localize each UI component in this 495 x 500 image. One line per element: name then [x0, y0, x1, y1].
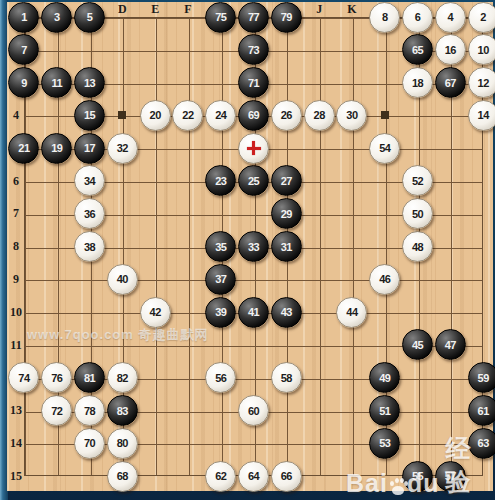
stone-white-44: 44 [336, 297, 367, 328]
stone-black-27: 27 [271, 165, 302, 196]
gomoku-board: ABCDEFGHIJKLMNO123456789101112131415 123… [7, 2, 493, 491]
stone-black-67: 67 [435, 67, 466, 98]
stone-white-28: 28 [304, 100, 335, 131]
stone-white-38: 38 [74, 231, 105, 262]
stone-black-11: 11 [41, 67, 72, 98]
stone-white-14: 14 [468, 100, 495, 131]
stone-black-39: 39 [205, 297, 236, 328]
stone-black-9: 9 [8, 67, 39, 98]
stone-white-50: 50 [402, 198, 433, 229]
star-point-D4 [118, 111, 126, 119]
stone-black-73: 73 [238, 34, 269, 65]
stone-white-24: 24 [205, 100, 236, 131]
baidu-text-bai: Bai [346, 469, 388, 498]
stone-black-5: 5 [74, 2, 105, 33]
stone-white-42: 42 [140, 297, 171, 328]
stone-black-3: 3 [41, 2, 72, 33]
stone-white-64: 64 [238, 461, 269, 492]
stone-black-25: 25 [238, 165, 269, 196]
stone-white-58: 58 [271, 362, 302, 393]
stone-black-43: 43 [271, 297, 302, 328]
star-point-L4 [381, 111, 389, 119]
stone-black-45: 45 [402, 329, 433, 360]
stone-black-83: 83 [107, 395, 138, 426]
stone-black-77: 77 [238, 2, 269, 33]
stone-black-61: 61 [468, 395, 495, 426]
watermark-baidu: Bai du 经验 jingyan.baidu.com [346, 432, 495, 500]
screenshot-root: ABCDEFGHIJKLMNO123456789101112131415 123… [0, 0, 495, 500]
stone-black-13: 13 [74, 67, 105, 98]
stone-black-69: 69 [238, 100, 269, 131]
stone-white-54: 54 [369, 133, 400, 164]
stone-white-6: 6 [402, 2, 433, 33]
stone-white-62: 62 [205, 461, 236, 492]
stone-white-20: 20 [140, 100, 171, 131]
watermark-baidu-logo: Bai du 经验 [346, 432, 495, 498]
stone-white-68: 68 [107, 461, 138, 492]
stone-black-1: 1 [8, 2, 39, 33]
stone-white-40: 40 [107, 264, 138, 295]
stone-white-26: 26 [271, 100, 302, 131]
stone-white-66: 66 [271, 461, 302, 492]
baidu-text-du: du [407, 469, 440, 498]
stone-black-79: 79 [271, 2, 302, 33]
stone-white-8: 8 [369, 2, 400, 33]
stone-white-48: 48 [402, 231, 433, 262]
stone-black-21: 21 [8, 133, 39, 164]
stone-white-76: 76 [41, 362, 72, 393]
stone-black-31: 31 [271, 231, 302, 262]
baidu-text-jingyan: 经验 [446, 432, 495, 498]
stones-layer: 1234567891011121314151617181920212223242… [8, 1, 495, 493]
stone-black-19: 19 [41, 133, 72, 164]
stone-white-74: 74 [8, 362, 39, 393]
stone-black-7: 7 [8, 34, 39, 65]
stone-white-82: 82 [107, 362, 138, 393]
stone-black-51: 51 [369, 395, 400, 426]
stone-black-81: 81 [74, 362, 105, 393]
stone-white-4: 4 [435, 2, 466, 33]
stone-white-2: 2 [468, 2, 495, 33]
stone-black-71: 71 [238, 67, 269, 98]
stone-black-15: 15 [74, 100, 105, 131]
stone-white-32: 32 [107, 133, 138, 164]
stone-white-18: 18 [402, 67, 433, 98]
stone-black-17: 17 [74, 133, 105, 164]
stone-white-72: 72 [41, 395, 72, 426]
stone-white-52: 52 [402, 165, 433, 196]
stone-black-23: 23 [205, 165, 236, 196]
stone-white-22: 22 [172, 100, 203, 131]
stone-black-29: 29 [271, 198, 302, 229]
stone-white-34: 34 [74, 165, 105, 196]
stone-black-47: 47 [435, 329, 466, 360]
stone-black-49: 49 [369, 362, 400, 393]
stone-white-46: 46 [369, 264, 400, 295]
stone-white-10: 10 [468, 34, 495, 65]
stone-white-30: 30 [336, 100, 367, 131]
stone-white-84-marked [238, 133, 269, 164]
stone-white-36: 36 [74, 198, 105, 229]
stone-black-75: 75 [205, 2, 236, 33]
stone-black-65: 65 [402, 34, 433, 65]
stone-black-35: 35 [205, 231, 236, 262]
stone-white-60: 60 [238, 395, 269, 426]
baidu-paw-icon [389, 476, 406, 498]
stone-black-37: 37 [205, 264, 236, 295]
stone-white-78: 78 [74, 395, 105, 426]
stone-black-33: 33 [238, 231, 269, 262]
stone-white-12: 12 [468, 67, 495, 98]
watermark-7qoo: www.7qoo.com 奇趣曲默网 [27, 326, 208, 344]
stone-black-59: 59 [468, 362, 495, 393]
stone-white-16: 16 [435, 34, 466, 65]
stone-white-70: 70 [74, 428, 105, 459]
stone-white-80: 80 [107, 428, 138, 459]
stone-black-41: 41 [238, 297, 269, 328]
stone-white-56: 56 [205, 362, 236, 393]
